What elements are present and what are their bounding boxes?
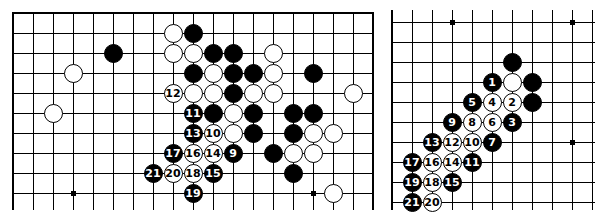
white-stone: [503, 73, 522, 92]
grid-line-vertical: [552, 10, 553, 210]
move-13-stone: 13: [423, 133, 442, 152]
grid-line-horizontal: [391, 62, 595, 63]
star-point: [570, 140, 575, 145]
move-9-stone: 9: [443, 113, 462, 132]
move-16-stone: 16: [423, 153, 442, 172]
move-2-stone: 2: [503, 93, 522, 112]
move-10-stone: 10: [463, 133, 482, 152]
move-18-stone: 18: [423, 173, 442, 192]
move-4-stone: 4: [483, 93, 502, 112]
move-3-stone: 3: [503, 113, 522, 132]
move-11-stone: 11: [463, 153, 482, 172]
move-6-stone: 6: [483, 113, 502, 132]
go-diagram-canvas: 1211131017161492120181519 15429863131210…: [0, 0, 600, 220]
black-stone: [523, 93, 542, 112]
grid-line-horizontal: [391, 22, 595, 23]
move-14-stone: 14: [443, 153, 462, 172]
move-7-stone: 7: [483, 133, 502, 152]
grid-line-horizontal: [391, 42, 595, 43]
move-20-stone: 20: [423, 193, 442, 212]
move-19-stone: 19: [403, 173, 422, 192]
black-stone: [503, 53, 522, 72]
black-stone: [523, 73, 542, 92]
move-15-stone: 15: [443, 173, 462, 192]
star-point: [450, 20, 455, 25]
move-21-stone: 21: [403, 193, 422, 212]
grid-line-vertical: [592, 10, 593, 210]
move-8-stone: 8: [463, 113, 482, 132]
grid-line-horizontal: [391, 182, 595, 183]
grid-line-vertical: [572, 10, 573, 210]
move-1-stone: 1: [483, 73, 502, 92]
grid-line-horizontal: [391, 162, 595, 163]
right-board-diagram: 154298631312107171614111918152120: [0, 0, 600, 220]
star-point: [570, 20, 575, 25]
move-17-stone: 17: [403, 153, 422, 172]
move-12-stone: 12: [443, 133, 462, 152]
grid-line-horizontal: [391, 202, 595, 203]
grid-line-vertical: [391, 10, 393, 210]
move-5-stone: 5: [463, 93, 482, 112]
